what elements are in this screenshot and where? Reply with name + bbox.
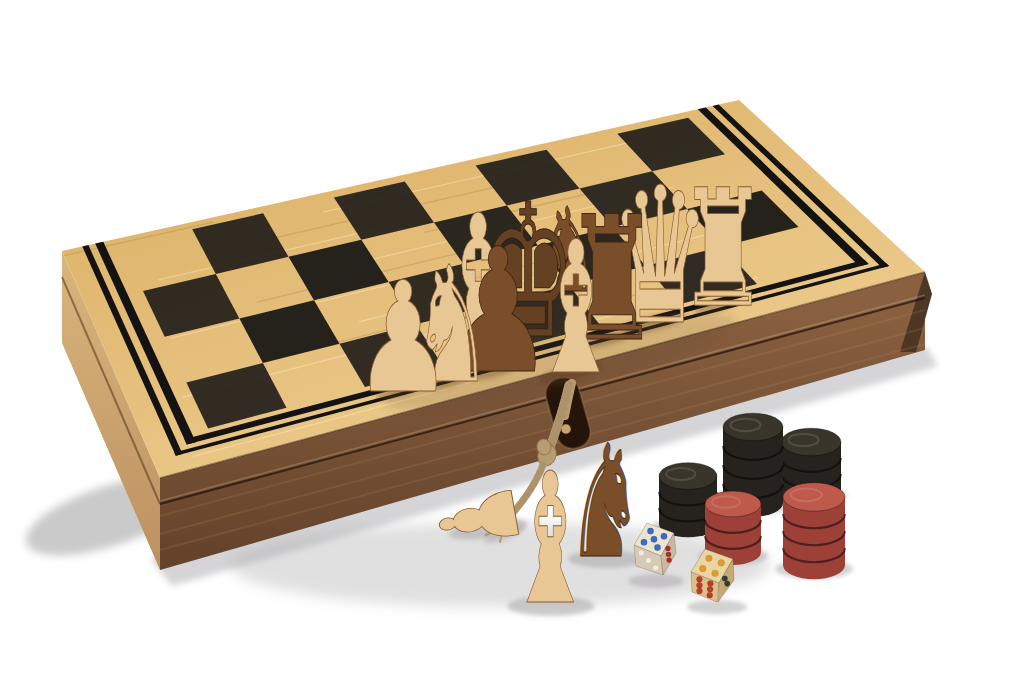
die-pip: [707, 586, 713, 592]
product-photo-chess-box-scene: ♞♜♛♚♜♝♟♝♞♟♟♞♝: [0, 0, 1024, 683]
die-pip: [699, 565, 706, 572]
light-bishop-piece: ♝: [505, 433, 594, 644]
die-pip: [646, 558, 652, 564]
die-pip: [696, 588, 702, 594]
die-pip: [718, 559, 725, 566]
die-pip: [641, 539, 647, 545]
die-pip: [666, 552, 671, 557]
die-pip: [696, 576, 702, 582]
die-pip: [661, 533, 667, 539]
light-bishop-piece: ♝: [531, 202, 621, 415]
die-pip: [667, 558, 672, 563]
die-pip: [722, 576, 728, 582]
die-pip: [654, 544, 660, 550]
die-pip: [712, 570, 719, 577]
die-pip: [653, 565, 659, 571]
die-pip: [665, 546, 670, 551]
red-checkers-stack: [783, 483, 845, 580]
scene-canvas: ♞♜♛♚♜♝♟♝♞♟♟♞♝: [0, 0, 1024, 683]
die-pip: [707, 581, 713, 587]
die-pip: [707, 592, 713, 598]
die-pip: [651, 536, 657, 542]
die-pip: [638, 550, 644, 556]
die-pip: [706, 555, 713, 562]
die-pip: [647, 528, 653, 534]
light-pawn-piece: ♟: [354, 249, 453, 427]
die-pip: [696, 582, 702, 588]
die-pip: [724, 581, 730, 587]
